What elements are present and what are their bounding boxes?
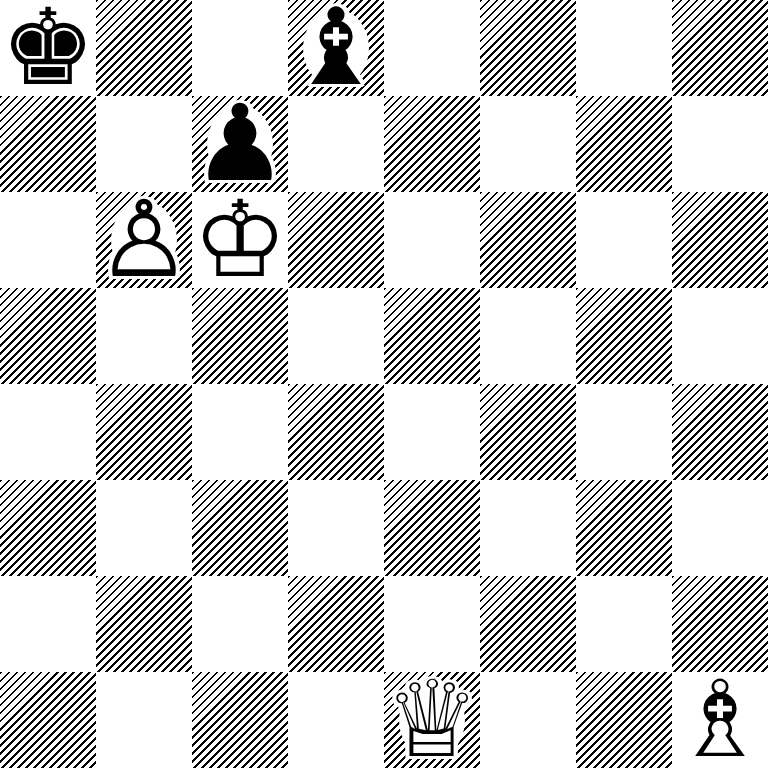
square-h1[interactable]: ♗ xyxy=(672,672,768,768)
square-e7[interactable] xyxy=(384,96,480,192)
square-c3[interactable] xyxy=(192,480,288,576)
square-d7[interactable] xyxy=(288,96,384,192)
square-c5[interactable] xyxy=(192,288,288,384)
square-a1[interactable] xyxy=(0,672,96,768)
square-f3[interactable] xyxy=(480,480,576,576)
square-d3[interactable] xyxy=(288,480,384,576)
chess-board: ♚♝♟♙♔♕♗ xyxy=(0,0,768,768)
square-h6[interactable] xyxy=(672,192,768,288)
square-a5[interactable] xyxy=(0,288,96,384)
square-b4[interactable] xyxy=(96,384,192,480)
square-d2[interactable] xyxy=(288,576,384,672)
square-g1[interactable] xyxy=(576,672,672,768)
square-a7[interactable] xyxy=(0,96,96,192)
square-g4[interactable] xyxy=(576,384,672,480)
square-b1[interactable] xyxy=(96,672,192,768)
square-g5[interactable] xyxy=(576,288,672,384)
square-d8[interactable]: ♝ xyxy=(288,0,384,96)
square-g8[interactable] xyxy=(576,0,672,96)
square-d4[interactable] xyxy=(288,384,384,480)
square-h8[interactable] xyxy=(672,0,768,96)
square-f2[interactable] xyxy=(480,576,576,672)
piece-white-pawn: ♙ xyxy=(96,192,192,288)
square-d1[interactable] xyxy=(288,672,384,768)
piece-black-king: ♚ xyxy=(0,0,96,96)
square-g3[interactable] xyxy=(576,480,672,576)
piece-white-bishop: ♗ xyxy=(672,672,768,768)
square-b3[interactable] xyxy=(96,480,192,576)
square-c1[interactable] xyxy=(192,672,288,768)
square-d6[interactable] xyxy=(288,192,384,288)
square-h4[interactable] xyxy=(672,384,768,480)
square-h3[interactable] xyxy=(672,480,768,576)
square-h7[interactable] xyxy=(672,96,768,192)
square-f1[interactable] xyxy=(480,672,576,768)
square-a6[interactable] xyxy=(0,192,96,288)
square-e1[interactable]: ♕ xyxy=(384,672,480,768)
square-f5[interactable] xyxy=(480,288,576,384)
square-a2[interactable] xyxy=(0,576,96,672)
piece-white-queen: ♕ xyxy=(384,672,480,768)
square-d5[interactable] xyxy=(288,288,384,384)
square-c4[interactable] xyxy=(192,384,288,480)
piece-black-bishop: ♝ xyxy=(288,0,384,96)
piece-white-king: ♔ xyxy=(192,192,288,288)
square-b6[interactable]: ♙ xyxy=(96,192,192,288)
square-g7[interactable] xyxy=(576,96,672,192)
square-b8[interactable] xyxy=(96,0,192,96)
square-e6[interactable] xyxy=(384,192,480,288)
square-e5[interactable] xyxy=(384,288,480,384)
square-b2[interactable] xyxy=(96,576,192,672)
square-f8[interactable] xyxy=(480,0,576,96)
square-f6[interactable] xyxy=(480,192,576,288)
square-g2[interactable] xyxy=(576,576,672,672)
square-c2[interactable] xyxy=(192,576,288,672)
square-e4[interactable] xyxy=(384,384,480,480)
square-a3[interactable] xyxy=(0,480,96,576)
square-h5[interactable] xyxy=(672,288,768,384)
square-e8[interactable] xyxy=(384,0,480,96)
square-a8[interactable]: ♚ xyxy=(0,0,96,96)
square-e3[interactable] xyxy=(384,480,480,576)
square-g6[interactable] xyxy=(576,192,672,288)
square-c6[interactable]: ♔ xyxy=(192,192,288,288)
square-f7[interactable] xyxy=(480,96,576,192)
square-b5[interactable] xyxy=(96,288,192,384)
square-f4[interactable] xyxy=(480,384,576,480)
square-a4[interactable] xyxy=(0,384,96,480)
